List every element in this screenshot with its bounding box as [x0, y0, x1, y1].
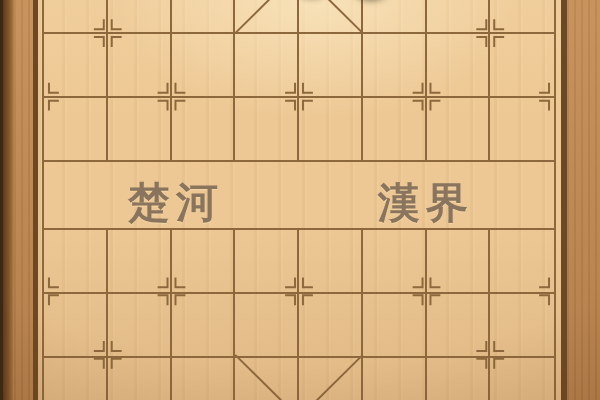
board-cell	[235, 358, 299, 400]
board-cell	[172, 98, 236, 162]
board-cell	[172, 294, 236, 358]
board-cell	[427, 230, 491, 294]
board-cell	[172, 358, 236, 400]
river: 楚河漢界	[44, 162, 554, 230]
river-label-right: 漢界	[378, 182, 474, 224]
board-cell	[44, 230, 108, 294]
board-cell	[490, 0, 554, 34]
board-cell	[363, 230, 427, 294]
board-cell	[235, 230, 299, 294]
board-cell	[299, 0, 363, 34]
board-cell	[363, 98, 427, 162]
board-cell	[235, 294, 299, 358]
board-cell	[108, 294, 172, 358]
board-cell	[44, 0, 108, 34]
board-cell	[363, 358, 427, 400]
board-cell	[44, 358, 108, 400]
board-cell	[172, 230, 236, 294]
board-cell	[44, 98, 108, 162]
board-cell	[44, 34, 108, 98]
board-cell	[299, 34, 363, 98]
board-cell	[490, 294, 554, 358]
board-cell	[235, 98, 299, 162]
board-cell	[490, 34, 554, 98]
table-edge-strip	[3, 0, 14, 400]
river-label-left: 楚河	[128, 182, 224, 224]
board-cell	[427, 294, 491, 358]
board-cell	[108, 358, 172, 400]
board-cell	[299, 230, 363, 294]
board-cell	[427, 0, 491, 34]
board-cell	[108, 34, 172, 98]
board-cell	[299, 294, 363, 358]
board-grid[interactable]: 楚河漢界	[42, 0, 556, 400]
board-cell	[235, 34, 299, 98]
board-cell	[299, 98, 363, 162]
board-frame-right	[561, 0, 567, 400]
board-cell	[427, 34, 491, 98]
board-cell	[44, 294, 108, 358]
board-frame-left	[33, 0, 38, 400]
board-cell	[108, 98, 172, 162]
board-cell	[490, 98, 554, 162]
board-cell	[299, 358, 363, 400]
xiangqi-game-screen: 楚河漢界	[0, 0, 600, 400]
board-cell	[172, 0, 236, 34]
board-cell	[427, 98, 491, 162]
board-cell	[108, 230, 172, 294]
board-cell	[490, 358, 554, 400]
board-cell	[427, 358, 491, 400]
board-cell	[363, 34, 427, 98]
board-cell	[363, 0, 427, 34]
board-cell	[108, 0, 172, 34]
board-cell	[235, 0, 299, 34]
board-cell	[172, 34, 236, 98]
board-cell	[490, 230, 554, 294]
board-cell	[363, 294, 427, 358]
